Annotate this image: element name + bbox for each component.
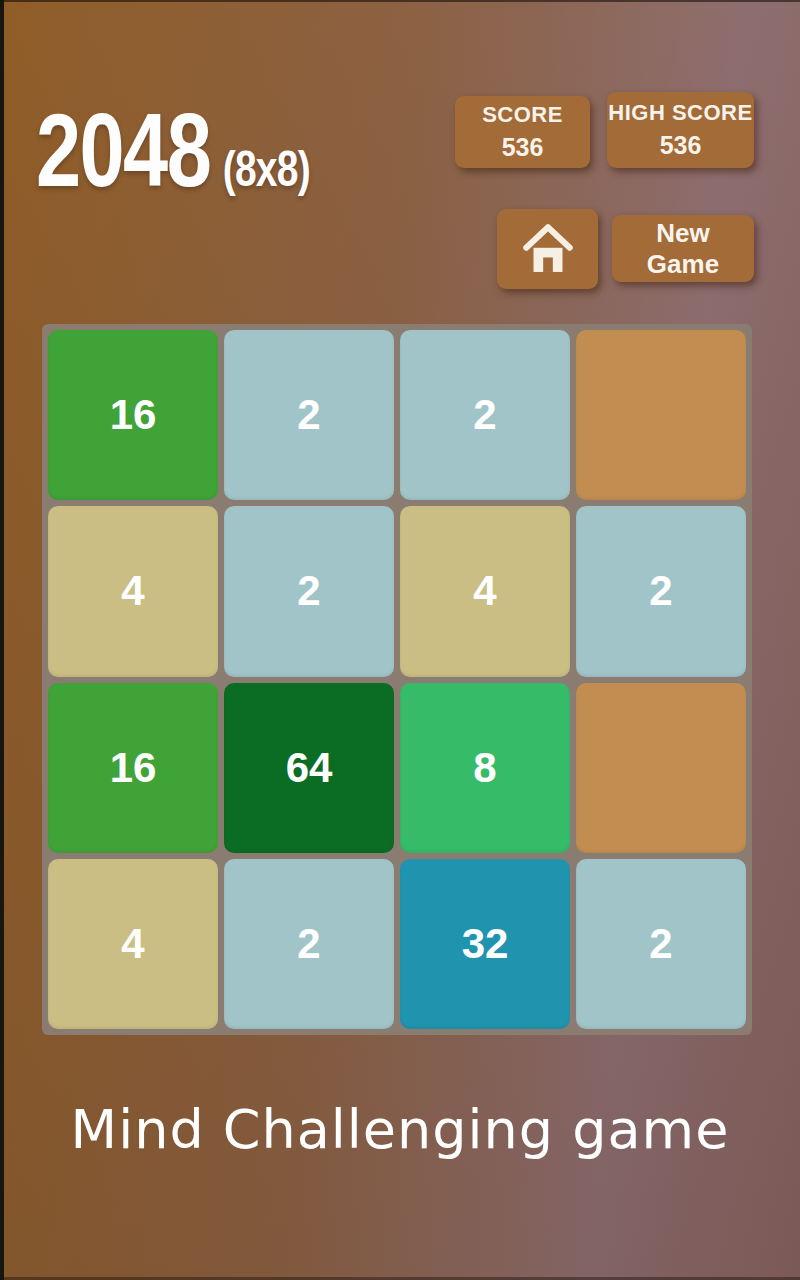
- board-grid[interactable]: 162242421664842322: [42, 324, 752, 1035]
- tagline: Mind Challenging game: [0, 1098, 800, 1161]
- title-2048: 2048: [36, 96, 210, 205]
- tile-2: 2: [576, 506, 746, 676]
- screen-left-letterbox: [0, 0, 4, 1280]
- home-button[interactable]: [497, 209, 598, 289]
- tile-64: 64: [224, 683, 394, 853]
- tile-4: 4: [400, 506, 570, 676]
- screen-top-edge: [0, 0, 800, 2]
- tile-4: 4: [48, 506, 218, 676]
- tile-empty: [576, 683, 746, 853]
- tile-16: 16: [48, 683, 218, 853]
- title-grid-size: (8x8): [223, 140, 310, 198]
- high-score-value: 536: [660, 131, 702, 160]
- high-score-label: HIGH SCORE: [608, 100, 752, 126]
- score-box: SCORE 536: [455, 96, 590, 168]
- score-label: SCORE: [482, 102, 563, 128]
- new-game-button[interactable]: New Game: [612, 215, 754, 282]
- tile-2: 2: [400, 330, 570, 500]
- tile-2: 2: [224, 859, 394, 1029]
- tile-32: 32: [400, 859, 570, 1029]
- home-icon: [519, 220, 577, 278]
- tile-2: 2: [224, 506, 394, 676]
- score-value: 536: [502, 133, 544, 162]
- tile-16: 16: [48, 330, 218, 500]
- high-score-box: HIGH SCORE 536: [607, 92, 754, 168]
- tile-empty: [576, 330, 746, 500]
- app-title: 2048 (8x8): [36, 96, 310, 205]
- tile-2: 2: [576, 859, 746, 1029]
- tile-8: 8: [400, 683, 570, 853]
- tile-4: 4: [48, 859, 218, 1029]
- tile-2: 2: [224, 330, 394, 500]
